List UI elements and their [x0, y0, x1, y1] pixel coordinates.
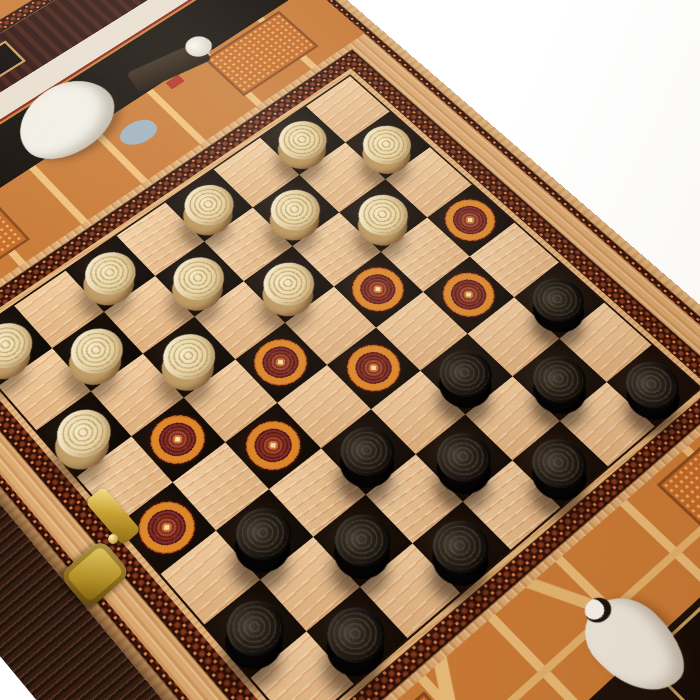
- photo-scene: [0, 0, 700, 700]
- latch-pin: [108, 534, 118, 544]
- latch-hook: [59, 538, 131, 609]
- brass-latch: [64, 500, 154, 622]
